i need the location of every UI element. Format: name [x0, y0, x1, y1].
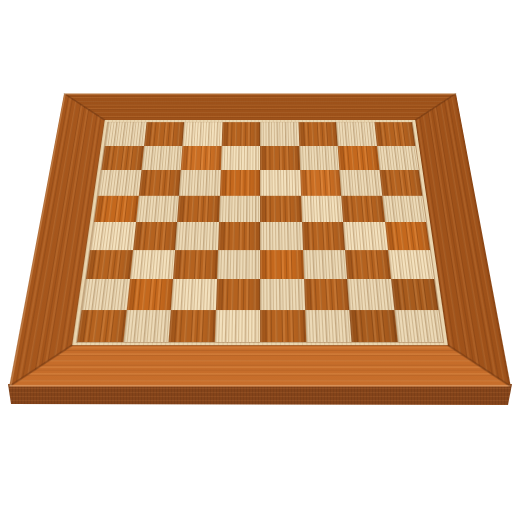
- square-h8[interactable]: [374, 122, 415, 145]
- square-f7[interactable]: [299, 146, 340, 170]
- square-g5[interactable]: [341, 195, 384, 222]
- square-b7[interactable]: [141, 146, 182, 170]
- square-a7[interactable]: [101, 146, 143, 170]
- square-f1[interactable]: [305, 310, 352, 342]
- square-f5[interactable]: [301, 195, 343, 222]
- square-c3[interactable]: [173, 250, 218, 279]
- square-g2[interactable]: [347, 279, 394, 310]
- square-f8[interactable]: [298, 122, 338, 145]
- square-c6[interactable]: [179, 170, 220, 195]
- square-e3[interactable]: [260, 250, 304, 279]
- square-g8[interactable]: [336, 122, 376, 145]
- square-f3[interactable]: [302, 250, 347, 279]
- square-e5[interactable]: [260, 195, 302, 222]
- square-b3[interactable]: [129, 250, 175, 279]
- square-e7[interactable]: [260, 146, 300, 170]
- square-a4[interactable]: [90, 222, 135, 250]
- square-b5[interactable]: [136, 195, 179, 222]
- square-b4[interactable]: [133, 222, 177, 250]
- inlay-border: [72, 120, 448, 345]
- square-d7[interactable]: [220, 146, 260, 170]
- square-b6[interactable]: [138, 170, 180, 195]
- playing-area: [77, 122, 443, 342]
- square-g1[interactable]: [349, 310, 397, 342]
- square-f4[interactable]: [302, 222, 345, 250]
- square-e2[interactable]: [260, 279, 305, 310]
- square-h5[interactable]: [382, 195, 426, 222]
- square-h2[interactable]: [391, 279, 439, 310]
- square-d6[interactable]: [219, 170, 260, 195]
- square-h7[interactable]: [376, 146, 418, 170]
- square-a2[interactable]: [82, 279, 130, 310]
- square-b8[interactable]: [144, 122, 184, 145]
- square-h6[interactable]: [379, 170, 422, 195]
- square-g3[interactable]: [345, 250, 391, 279]
- product-photo-stage: [0, 0, 520, 520]
- square-e6[interactable]: [260, 170, 301, 195]
- square-h4[interactable]: [385, 222, 430, 250]
- square-d3[interactable]: [216, 250, 260, 279]
- square-f2[interactable]: [304, 279, 350, 310]
- chessboard: [9, 93, 511, 386]
- board-scene: [40, 2, 480, 442]
- square-h3[interactable]: [387, 250, 434, 279]
- square-a3[interactable]: [86, 250, 133, 279]
- square-f6[interactable]: [300, 170, 341, 195]
- square-c2[interactable]: [171, 279, 217, 310]
- square-c5[interactable]: [177, 195, 219, 222]
- square-a5[interactable]: [94, 195, 138, 222]
- square-a6[interactable]: [98, 170, 141, 195]
- square-c7[interactable]: [181, 146, 222, 170]
- square-e8[interactable]: [260, 122, 299, 145]
- square-d2[interactable]: [215, 279, 260, 310]
- square-c4[interactable]: [175, 222, 218, 250]
- square-e1[interactable]: [260, 310, 306, 342]
- square-d5[interactable]: [219, 195, 261, 222]
- square-d4[interactable]: [218, 222, 260, 250]
- square-d8[interactable]: [221, 122, 260, 145]
- square-e4[interactable]: [260, 222, 302, 250]
- square-g7[interactable]: [338, 146, 379, 170]
- square-a1[interactable]: [77, 310, 126, 342]
- square-c1[interactable]: [169, 310, 216, 342]
- square-c8[interactable]: [182, 122, 222, 145]
- square-g4[interactable]: [343, 222, 387, 250]
- square-g6[interactable]: [339, 170, 381, 195]
- square-d1[interactable]: [214, 310, 260, 342]
- square-b1[interactable]: [123, 310, 171, 342]
- square-a8[interactable]: [105, 122, 146, 145]
- square-b2[interactable]: [126, 279, 173, 310]
- square-h1[interactable]: [394, 310, 443, 342]
